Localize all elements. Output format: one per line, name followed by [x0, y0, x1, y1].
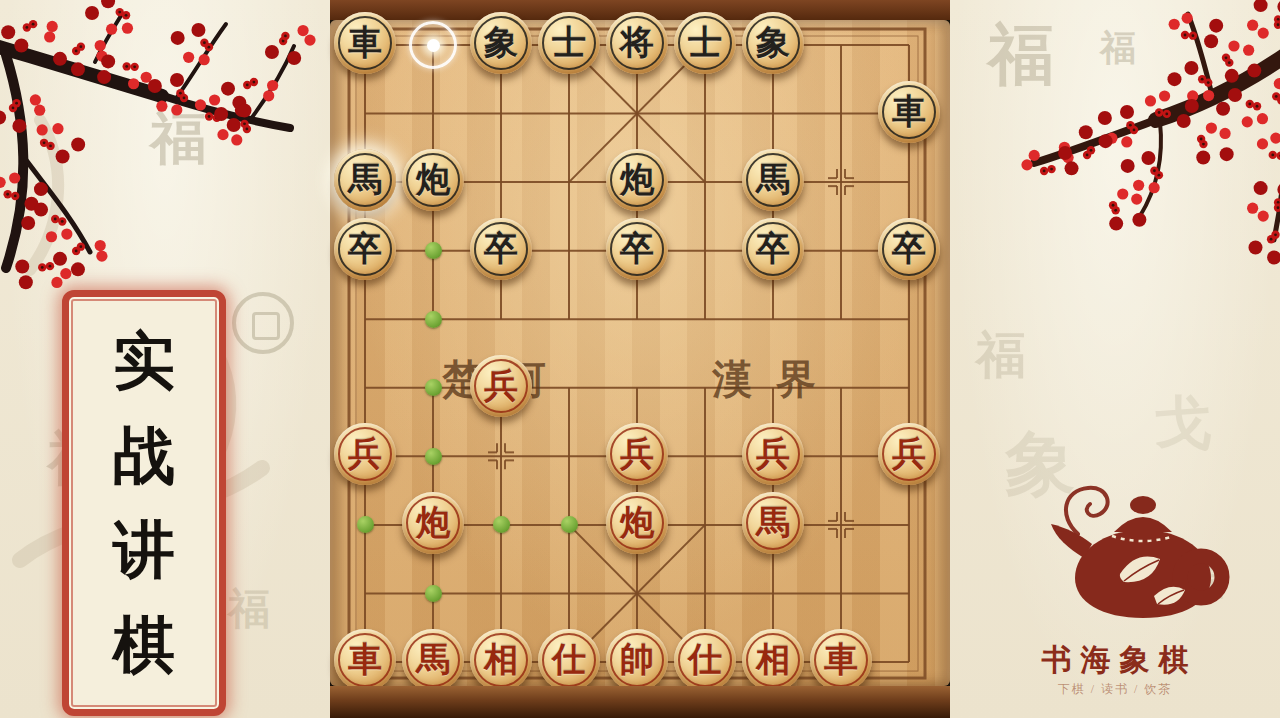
piece-glyph: 馬: [416, 643, 450, 677]
xiangqi-piece-red[interactable]: 相: [742, 629, 804, 691]
banner-char: 战: [113, 425, 175, 487]
xiangqi-piece-red[interactable]: 兵: [470, 355, 532, 417]
xiangqi-piece-red[interactable]: 仕: [538, 629, 600, 691]
piece-glyph: 馬: [756, 163, 790, 197]
xiangqi-piece-black[interactable]: 士: [538, 12, 600, 74]
river-label-han: 漢界: [712, 352, 840, 407]
piece-glyph: 炮: [416, 163, 450, 197]
last-move-origin-ring: [409, 21, 457, 69]
xiangqi-piece-red[interactable]: 兵: [742, 423, 804, 485]
xiangqi-piece-black[interactable]: 士: [674, 12, 736, 74]
xiangqi-piece-black[interactable]: 将: [606, 12, 668, 74]
xiangqi-piece-black[interactable]: 卒: [742, 218, 804, 280]
piece-glyph: 兵: [484, 369, 518, 403]
move-hint-dot[interactable]: [425, 448, 442, 465]
piece-glyph: 兵: [756, 437, 790, 471]
xiangqi-piece-black[interactable]: 象: [470, 12, 532, 74]
app-root: 福福福 实 战 讲 棋 楚河 漢界 車象士将士象車馬炮炮馬卒卒卒卒卒兵兵兵兵兵炮…: [0, 0, 1280, 718]
xiangqi-piece-black[interactable]: 炮: [402, 149, 464, 211]
xiangqi-piece-red[interactable]: 兵: [878, 423, 940, 485]
coin-watermark: [232, 292, 294, 354]
xiangqi-piece-black[interactable]: 卒: [334, 218, 396, 280]
xiangqi-piece-black[interactable]: 車: [878, 81, 940, 143]
piece-glyph: 車: [892, 95, 926, 129]
xiangqi-piece-black[interactable]: 卒: [470, 218, 532, 280]
banner-char: 实: [113, 330, 175, 392]
piece-glyph: 兵: [620, 437, 654, 471]
move-hint-dot[interactable]: [425, 379, 442, 396]
xiangqi-piece-black[interactable]: 馬: [334, 149, 396, 211]
piece-glyph: 炮: [620, 506, 654, 540]
plum-blossom-art-left: [0, 0, 330, 300]
piece-glyph: 卒: [484, 232, 518, 266]
piece-glyph: 将: [620, 26, 654, 60]
xiangqi-piece-black[interactable]: 卒: [878, 218, 940, 280]
piece-glyph: 相: [484, 643, 518, 677]
banner-char: 讲: [113, 519, 175, 581]
teapot-icon: [1048, 478, 1238, 638]
title-banner: 实 战 讲 棋: [62, 290, 226, 716]
brand-name: 书海象棋: [985, 640, 1245, 681]
piece-glyph: 士: [552, 26, 586, 60]
piece-glyph: 象: [484, 26, 518, 60]
brand-slogan: 下棋 / 读书 / 饮茶: [985, 681, 1245, 698]
piece-glyph: 象: [756, 26, 790, 60]
banner-char: 棋: [113, 614, 175, 676]
xiangqi-piece-red[interactable]: 兵: [606, 423, 668, 485]
fortune-watermark: 戈: [1155, 395, 1213, 453]
xiangqi-piece-red[interactable]: 帥: [606, 629, 668, 691]
piece-glyph: 兵: [892, 437, 926, 471]
board-bottom-edge: [330, 686, 950, 718]
xiangqi-piece-black[interactable]: 車: [334, 12, 396, 74]
piece-glyph: 卒: [620, 232, 654, 266]
xiangqi-piece-black[interactable]: 象: [742, 12, 804, 74]
xiangqi-piece-red[interactable]: 車: [810, 629, 872, 691]
piece-glyph: 馬: [756, 506, 790, 540]
piece-glyph: 兵: [348, 437, 382, 471]
xiangqi-piece-red[interactable]: 炮: [402, 492, 464, 554]
xiangqi-piece-red[interactable]: 車: [334, 629, 396, 691]
piece-glyph: 炮: [620, 163, 654, 197]
piece-glyph: 車: [348, 643, 382, 677]
piece-glyph: 帥: [620, 643, 654, 677]
piece-glyph: 卒: [348, 232, 382, 266]
move-hint-dot[interactable]: [425, 585, 442, 602]
xiangqi-piece-red[interactable]: 相: [470, 629, 532, 691]
piece-glyph: 相: [756, 643, 790, 677]
board-grid: [330, 20, 950, 686]
xiangqi-piece-black[interactable]: 炮: [606, 149, 668, 211]
piece-glyph: 仕: [688, 643, 722, 677]
move-hint-dot[interactable]: [425, 311, 442, 328]
xiangqi-piece-red[interactable]: 馬: [402, 629, 464, 691]
plum-blossom-art-right: [950, 0, 1280, 340]
piece-glyph: 卒: [892, 232, 926, 266]
piece-glyph: 馬: [348, 163, 382, 197]
xiangqi-piece-black[interactable]: 馬: [742, 149, 804, 211]
move-hint-dot[interactable]: [425, 242, 442, 259]
board-surface[interactable]: 楚河 漢界 車象士将士象車馬炮炮馬卒卒卒卒卒兵兵兵兵兵炮炮馬車馬相仕帥仕相車: [330, 20, 950, 686]
xiangqi-piece-red[interactable]: 炮: [606, 492, 668, 554]
right-decor-panel: 福福福象戈福 书海象棋 下棋 / 读书 / 饮茶: [950, 0, 1280, 718]
piece-glyph: 炮: [416, 506, 450, 540]
piece-glyph: 車: [348, 26, 382, 60]
piece-glyph: 士: [688, 26, 722, 60]
xiangqi-piece-black[interactable]: 卒: [606, 218, 668, 280]
move-hint-dot[interactable]: [561, 516, 578, 533]
piece-glyph: 仕: [552, 643, 586, 677]
xiangqi-piece-red[interactable]: 仕: [674, 629, 736, 691]
xiangqi-board[interactable]: 楚河 漢界 車象士将士象車馬炮炮馬卒卒卒卒卒兵兵兵兵兵炮炮馬車馬相仕帥仕相車: [330, 0, 950, 718]
move-hint-dot[interactable]: [493, 516, 510, 533]
xiangqi-piece-red[interactable]: 兵: [334, 423, 396, 485]
piece-glyph: 車: [824, 643, 858, 677]
xiangqi-piece-red[interactable]: 馬: [742, 492, 804, 554]
left-decor-panel: 福福福 实 战 讲 棋: [0, 0, 330, 718]
piece-glyph: 卒: [756, 232, 790, 266]
move-hint-dot[interactable]: [357, 516, 374, 533]
